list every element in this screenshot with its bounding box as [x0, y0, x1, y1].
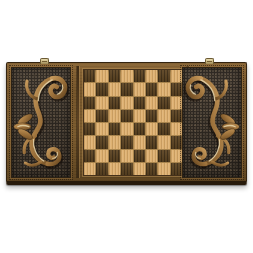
square-d1 — [121, 163, 132, 175]
square-h6 — [171, 97, 182, 109]
square-h2 — [171, 150, 182, 162]
square-e3 — [134, 136, 145, 148]
square-h5 — [171, 110, 182, 122]
divider-groove-left — [77, 66, 79, 178]
square-a6 — [84, 97, 95, 109]
square-b7 — [96, 83, 107, 95]
square-b2 — [96, 150, 107, 162]
square-f5 — [146, 110, 157, 122]
square-g6 — [158, 97, 169, 109]
square-d6 — [121, 97, 132, 109]
square-c1 — [109, 163, 120, 175]
square-b4 — [96, 123, 107, 135]
square-d3 — [121, 136, 132, 148]
square-g3 — [158, 136, 169, 148]
square-a2 — [84, 150, 95, 162]
square-g7 — [158, 83, 169, 95]
carved-panel-left — [11, 67, 71, 178]
square-a3 — [84, 136, 95, 148]
acanthus-scroll-icon — [184, 71, 240, 175]
square-g1 — [158, 163, 169, 175]
square-h4 — [171, 123, 182, 135]
square-a8 — [84, 70, 95, 82]
square-h3 — [171, 136, 182, 148]
square-d2 — [121, 150, 132, 162]
square-b6 — [96, 97, 107, 109]
square-d5 — [121, 110, 132, 122]
square-h1 — [171, 163, 182, 175]
square-e1 — [134, 163, 145, 175]
square-f3 — [146, 136, 157, 148]
square-f6 — [146, 97, 157, 109]
square-a4 — [84, 123, 95, 135]
square-d4 — [121, 123, 132, 135]
square-a1 — [84, 163, 95, 175]
square-f8 — [146, 70, 157, 82]
square-c5 — [109, 110, 120, 122]
square-b3 — [96, 136, 107, 148]
square-a5 — [84, 110, 95, 122]
square-c7 — [109, 83, 120, 95]
square-e8 — [134, 70, 145, 82]
square-h7 — [171, 83, 182, 95]
square-g8 — [158, 70, 169, 82]
square-f2 — [146, 150, 157, 162]
square-c2 — [109, 150, 120, 162]
square-f4 — [146, 123, 157, 135]
square-a7 — [84, 83, 95, 95]
square-e6 — [134, 97, 145, 109]
square-d7 — [121, 83, 132, 95]
square-e4 — [134, 123, 145, 135]
board-case — [6, 62, 247, 185]
square-h8 — [171, 70, 182, 82]
square-d8 — [121, 70, 132, 82]
hinge-icon-left — [40, 58, 49, 64]
square-f1 — [146, 163, 157, 175]
square-c3 — [109, 136, 120, 148]
square-b8 — [96, 70, 107, 82]
square-g4 — [158, 123, 169, 135]
acanthus-scroll-icon — [13, 71, 69, 175]
square-c4 — [109, 123, 120, 135]
square-g5 — [158, 110, 169, 122]
square-e5 — [134, 110, 145, 122]
chess-board — [83, 69, 183, 176]
square-c6 — [109, 97, 120, 109]
product-photo — [0, 0, 253, 253]
square-f7 — [146, 83, 157, 95]
carved-panel-right — [182, 67, 242, 178]
square-g2 — [158, 150, 169, 162]
square-e7 — [134, 83, 145, 95]
hinge-icon-right — [205, 58, 214, 64]
square-c8 — [109, 70, 120, 82]
square-e2 — [134, 150, 145, 162]
square-b1 — [96, 163, 107, 175]
square-b5 — [96, 110, 107, 122]
